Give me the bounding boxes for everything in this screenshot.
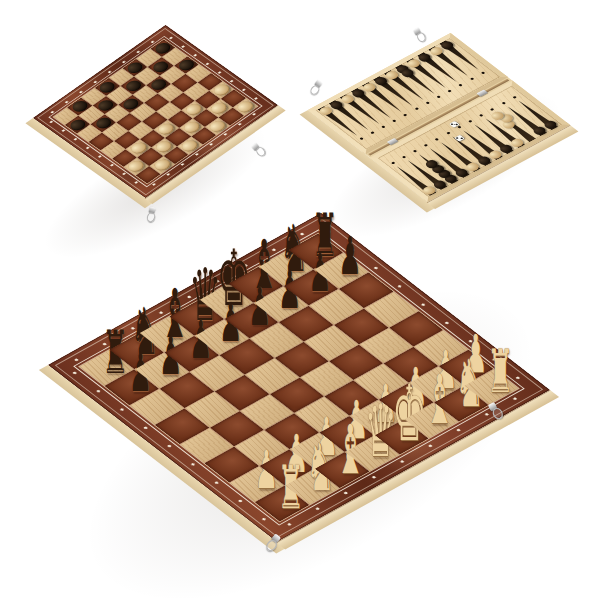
backgammon-point-dot bbox=[469, 78, 474, 81]
backgammon-point-dot bbox=[458, 84, 463, 87]
backgammon-point-dot bbox=[413, 150, 418, 153]
backgammon-point-dot bbox=[424, 144, 429, 147]
backgammon-point-dot bbox=[392, 119, 397, 122]
clasp-icon bbox=[144, 206, 158, 222]
backgammon-point-dot bbox=[403, 113, 408, 116]
backgammon-point-dot bbox=[359, 137, 364, 140]
backgammon-point-dot bbox=[381, 125, 386, 128]
backgammon-point-dot bbox=[468, 120, 473, 123]
backgammon-point-dot bbox=[370, 131, 375, 134]
backgammon-point-dot bbox=[501, 102, 506, 105]
backgammon-point-dot bbox=[425, 101, 430, 104]
clasp-icon bbox=[250, 141, 267, 158]
backgammon-point-dot bbox=[414, 107, 419, 110]
product-photo: ♜♞♝♛♚♝♞♜♟♟♟♟♟♟♟♟♟♟♟♟♟♟♟♟♜♞♝♛♚♝♞♜ bbox=[0, 0, 600, 600]
backgammon-point-dot bbox=[457, 126, 462, 129]
backgammon-point-dot bbox=[481, 72, 486, 75]
backgammon-point-dot bbox=[490, 108, 495, 111]
backgammon-point-dot bbox=[402, 156, 407, 159]
backgammon-board bbox=[308, 33, 570, 202]
chess-board: ♜♞♝♛♚♝♞♜♟♟♟♟♟♟♟♟♟♟♟♟♟♟♟♟♜♞♝♛♚♝♞♜ bbox=[48, 213, 550, 542]
backgammon-point-dot bbox=[435, 138, 440, 141]
backgammon-point-dot bbox=[447, 90, 452, 93]
die-pip bbox=[456, 137, 458, 139]
chess-grid: ♜♞♝♛♚♝♞♜♟♟♟♟♟♟♟♟♟♟♟♟♟♟♟♟♜♞♝♛♚♝♞♜ bbox=[78, 233, 520, 523]
clasp-icon bbox=[411, 26, 426, 43]
backgammon-point-dot bbox=[446, 132, 451, 135]
die-pip bbox=[461, 138, 463, 140]
backgammon-point-dot bbox=[436, 95, 441, 98]
backgammon-point-dot bbox=[512, 96, 517, 99]
die-pip bbox=[456, 124, 458, 126]
backgammon-point-dot bbox=[479, 114, 484, 117]
checkers-board bbox=[33, 25, 278, 198]
backgammon-point-dot bbox=[390, 162, 395, 165]
clasp-icon bbox=[308, 78, 324, 95]
